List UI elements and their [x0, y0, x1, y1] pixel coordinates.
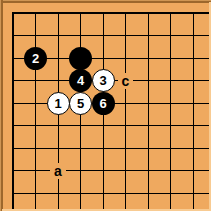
intersection-B17: 2 [24, 47, 47, 70]
intersection-H15 [159, 92, 182, 115]
stone-number: 1 [54, 96, 61, 109]
intersection-D16: 4 [69, 69, 92, 92]
stone-white-1: 1 [47, 92, 70, 115]
intersection-G11 [137, 182, 160, 205]
intersection-C11 [47, 182, 70, 205]
intersection-G14 [137, 114, 160, 137]
intersection-E16: 3 [92, 69, 115, 92]
intersection-D15: 5 [69, 92, 92, 115]
intersection-H17 [159, 47, 182, 70]
stone-black-4: 4 [69, 69, 92, 92]
intersection-G19 [137, 2, 160, 25]
intersection-J12 [182, 159, 205, 182]
intersection-G15 [137, 92, 160, 115]
intersection-F17 [114, 47, 137, 70]
intersection-F18 [114, 24, 137, 47]
intersection-C17 [47, 47, 70, 70]
intersection-C13 [47, 137, 70, 160]
intersection-F16: c [114, 69, 137, 92]
board-frame-bottom [2, 209, 211, 211]
board-frame-right [209, 2, 211, 211]
intersection-F13 [114, 137, 137, 160]
intersection-D18 [69, 24, 92, 47]
intersection-G12 [137, 159, 160, 182]
intersection-J15 [182, 92, 205, 115]
intersection-H19 [159, 2, 182, 25]
stone-number: 5 [77, 96, 84, 109]
intersection-D11 [69, 182, 92, 205]
intersection-A13 [2, 137, 25, 160]
intersection-J18 [182, 24, 205, 47]
go-board-diagram: 243c156a [0, 0, 211, 211]
intersection-D19 [69, 2, 92, 25]
intersection-C16 [47, 69, 70, 92]
intersection-D14 [69, 114, 92, 137]
intersection-B18 [24, 24, 47, 47]
intersection-D12 [69, 159, 92, 182]
intersection-E14 [92, 114, 115, 137]
intersection-F14 [114, 114, 137, 137]
intersection-E11 [92, 182, 115, 205]
stone-white-5: 5 [69, 92, 92, 115]
goban-grid: 243c156a [2, 2, 211, 211]
intersection-H14 [159, 114, 182, 137]
intersection-C15: 1 [47, 92, 70, 115]
intersection-A12 [2, 159, 25, 182]
board-frame-top [0, 0, 211, 3]
intersection-H11 [159, 182, 182, 205]
stone-black-plain [69, 47, 92, 70]
point-label-a: a [50, 163, 66, 179]
intersection-F15 [114, 92, 137, 115]
intersection-A17 [2, 47, 25, 70]
intersection-G18 [137, 24, 160, 47]
intersection-B13 [24, 137, 47, 160]
stone-number: 3 [99, 74, 106, 87]
intersection-J17 [182, 47, 205, 70]
intersection-B19 [24, 2, 47, 25]
intersection-F11 [114, 182, 137, 205]
intersection-B14 [24, 114, 47, 137]
intersection-A16 [2, 69, 25, 92]
intersection-B12 [24, 159, 47, 182]
intersection-A15 [2, 92, 25, 115]
intersection-E17 [92, 47, 115, 70]
intersection-J14 [182, 114, 205, 137]
intersection-J16 [182, 69, 205, 92]
intersection-G16 [137, 69, 160, 92]
stone-black-6: 6 [92, 92, 115, 115]
intersection-D13 [69, 137, 92, 160]
intersection-F19 [114, 2, 137, 25]
stone-number: 2 [32, 51, 39, 64]
intersection-A19 [2, 2, 25, 25]
point-label-c: c [118, 73, 134, 89]
intersection-B16 [24, 69, 47, 92]
stone-number: 6 [99, 96, 106, 109]
intersection-E15: 6 [92, 92, 115, 115]
intersection-C19 [47, 2, 70, 25]
intersection-E19 [92, 2, 115, 25]
intersection-J19 [182, 2, 205, 25]
stone-white-3: 3 [92, 69, 115, 92]
intersection-E18 [92, 24, 115, 47]
stone-black-2: 2 [24, 47, 47, 70]
intersection-A18 [2, 24, 25, 47]
stone-number: 4 [77, 74, 84, 87]
intersection-H12 [159, 159, 182, 182]
intersection-B15 [24, 92, 47, 115]
intersection-E12 [92, 159, 115, 182]
intersection-G17 [137, 47, 160, 70]
intersection-H13 [159, 137, 182, 160]
intersection-J11 [182, 182, 205, 205]
intersection-C14 [47, 114, 70, 137]
intersection-E13 [92, 137, 115, 160]
board-frame-left [0, 0, 3, 211]
intersection-F12 [114, 159, 137, 182]
intersection-H16 [159, 69, 182, 92]
intersection-A14 [2, 114, 25, 137]
intersection-B11 [24, 182, 47, 205]
intersection-D17 [69, 47, 92, 70]
intersection-A11 [2, 182, 25, 205]
intersection-H18 [159, 24, 182, 47]
intersection-J13 [182, 137, 205, 160]
intersection-G13 [137, 137, 160, 160]
intersection-C18 [47, 24, 70, 47]
intersection-C12: a [47, 159, 70, 182]
